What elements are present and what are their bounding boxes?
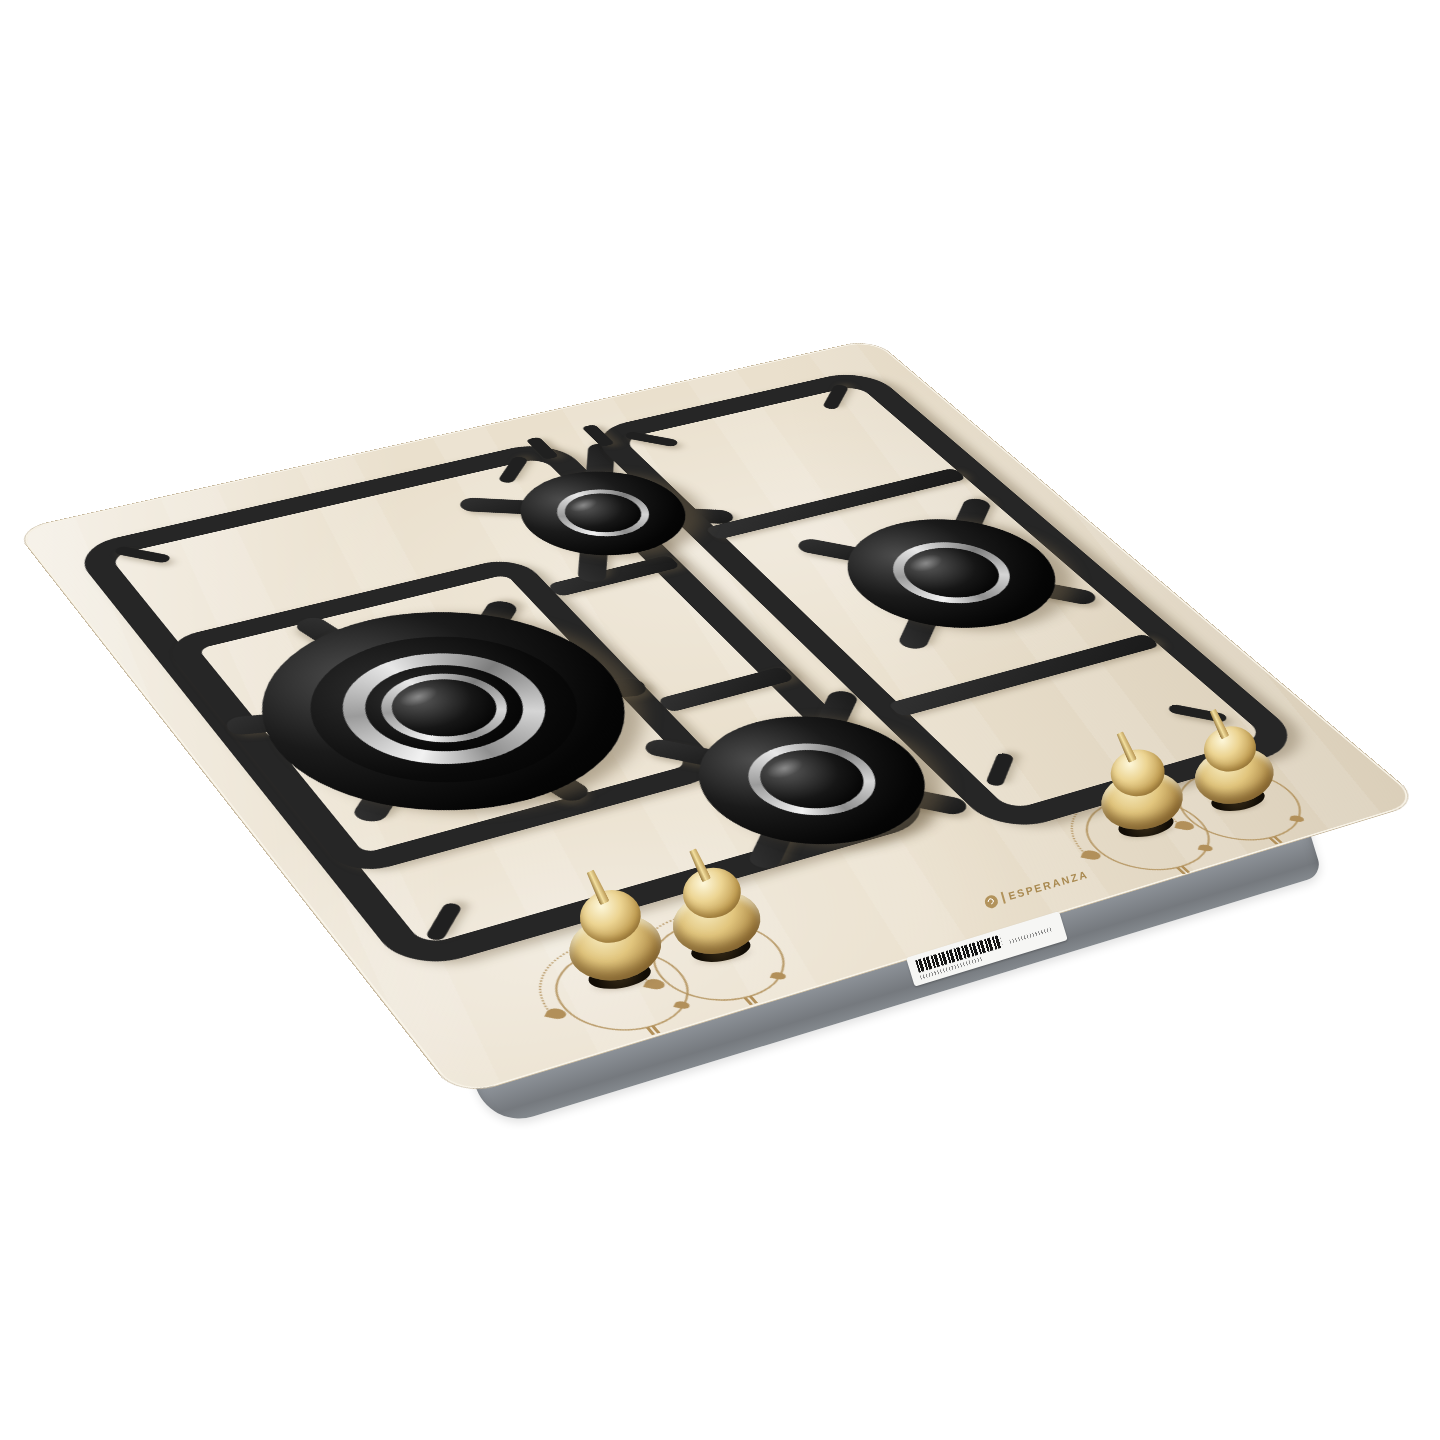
grate-bar — [887, 633, 1160, 717]
burner-knob-2 — [660, 845, 768, 970]
pan-support-nub — [624, 431, 679, 447]
grate-bar — [657, 666, 795, 712]
off-position-icon — [1267, 836, 1283, 845]
product-photo-stage: ESPERANZA — [0, 0, 1440, 1440]
pan-support-nub — [985, 752, 1015, 787]
burner-knob-3 — [1089, 728, 1190, 844]
pan-support-nub — [822, 384, 849, 410]
logo-divider — [1001, 892, 1006, 904]
off-position-icon — [742, 996, 758, 1006]
logo-swirl-icon — [983, 893, 999, 909]
burner-knob-4 — [1183, 706, 1281, 819]
off-position-icon — [644, 1025, 661, 1035]
pan-support-nub — [113, 546, 172, 564]
barcode-micro-text — [1009, 927, 1052, 944]
off-position-icon — [1174, 866, 1190, 875]
pan-support-nub — [425, 902, 463, 942]
pan-support-nub — [497, 456, 529, 484]
burner-knob-1 — [556, 866, 670, 997]
grate-bar — [547, 555, 681, 597]
